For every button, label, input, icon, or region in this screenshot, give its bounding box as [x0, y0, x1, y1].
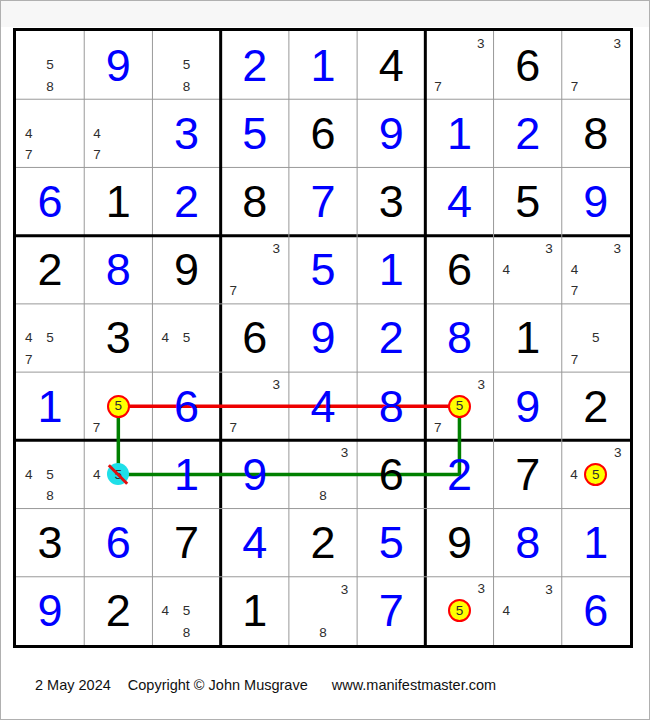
candidate-digit: 3: [272, 242, 280, 256]
footer: 2 May 2024Copyright © John Musgravewww.m…: [35, 677, 496, 693]
cell-r9c1[interactable]: 9: [16, 577, 84, 645]
cell-value: 8: [447, 315, 472, 360]
candidates-grid: 47: [86, 101, 150, 165]
cell-value: 6: [583, 588, 608, 633]
candidate-digit: 8: [319, 489, 327, 503]
cell-r3c1[interactable]: 6: [16, 167, 84, 235]
cell-r5c2[interactable]: 3: [84, 304, 152, 372]
cell-value: 6: [447, 247, 472, 292]
candidate-digit: 3: [477, 37, 485, 51]
candidate-digit: 3: [545, 583, 553, 597]
cell-r4c3[interactable]: 9: [152, 236, 220, 304]
cell-r9c5[interactable]: 38: [289, 577, 357, 645]
candidate-digit: 7: [571, 80, 579, 94]
candidate-digit: 4: [161, 331, 169, 345]
cell-r6c3[interactable]: 6: [152, 372, 220, 440]
candidate-digit: 7: [93, 421, 101, 435]
cell-r4c5[interactable]: 5: [289, 236, 357, 304]
candidates-grid: 58: [18, 33, 82, 97]
board-cells: 5895821437637474735691286128734592893751…: [16, 31, 630, 645]
sudoku-board: 5895821437637474735691286128734592893751…: [13, 28, 633, 648]
cell-r4c2[interactable]: 8: [84, 236, 152, 304]
cell-r2c4[interactable]: 5: [221, 99, 289, 167]
cell-r2c8[interactable]: 2: [494, 99, 562, 167]
cell-r3c4[interactable]: 8: [221, 167, 289, 235]
candidate-digit: 5: [183, 331, 191, 345]
candidate-digit: 5: [592, 331, 600, 345]
candidates-grid: 47: [18, 101, 82, 165]
candidate-digit: 4: [502, 604, 510, 618]
circled-candidate: 5: [448, 599, 471, 622]
cell-value: 1: [106, 179, 131, 224]
cell-r2c5[interactable]: 6: [289, 99, 357, 167]
candidates-grid: 37: [223, 238, 287, 302]
cell-r9c9[interactable]: 6: [562, 577, 630, 645]
candidate-digit: 4: [93, 468, 101, 482]
cell-value: 9: [583, 179, 608, 224]
cell-value: 4: [379, 43, 404, 88]
candidate-digit: 5: [46, 331, 54, 345]
cell-r5c9[interactable]: 57: [562, 304, 630, 372]
cell-r6c9[interactable]: 2: [562, 372, 630, 440]
cell-r8c5[interactable]: 2: [289, 509, 357, 577]
footer-website-link[interactable]: www.manifestmaster.com: [332, 677, 496, 693]
cell-r3c6[interactable]: 3: [357, 167, 425, 235]
cell-r4c4[interactable]: 37: [221, 236, 289, 304]
cell-r7c1[interactable]: 458: [16, 440, 84, 508]
candidates-grid: 345: [564, 442, 628, 506]
candidates-grid: 347: [564, 238, 628, 302]
cell-value: 8: [583, 111, 608, 156]
cell-r1c8[interactable]: 6: [494, 31, 562, 99]
cell-r8c7[interactable]: 9: [425, 509, 493, 577]
candidate-digit: 5: [46, 58, 54, 72]
cell-value: 8: [379, 384, 404, 429]
cell-r7c2[interactable]: 45: [84, 440, 152, 508]
candidate-digit: 3: [341, 583, 349, 597]
candidate-digit: 4: [502, 263, 510, 277]
cell-r1c2[interactable]: 9: [84, 31, 152, 99]
cell-r2c6[interactable]: 9: [357, 99, 425, 167]
cell-value: 6: [310, 111, 335, 156]
candidates-grid: 37: [564, 33, 628, 97]
candidate-digit: 4: [25, 127, 33, 141]
cell-value: 6: [106, 520, 131, 565]
cell-r4c1[interactable]: 2: [16, 236, 84, 304]
cell-r6c7[interactable]: 357: [425, 372, 493, 440]
cell-value: 9: [174, 247, 199, 292]
candidates-grid: 34: [496, 238, 560, 302]
circled-candidate: 5: [107, 395, 130, 418]
cell-value: 5: [310, 247, 335, 292]
candidate-digit: 8: [183, 626, 191, 640]
cell-r1c3[interactable]: 58: [152, 31, 220, 99]
cell-value: 3: [379, 179, 404, 224]
candidates-grid: 34: [496, 579, 560, 643]
candidate-digit: 3: [545, 242, 553, 256]
cell-r2c1[interactable]: 47: [16, 99, 84, 167]
cell-value: 3: [106, 315, 131, 360]
candidates-grid: 357: [427, 374, 491, 438]
cell-value: 6: [379, 452, 404, 497]
cell-value: 5: [242, 111, 267, 156]
cell-value: 8: [515, 520, 540, 565]
candidate-digit: 5: [46, 468, 54, 482]
cell-r4c6[interactable]: 1: [357, 236, 425, 304]
cell-r3c9[interactable]: 9: [562, 167, 630, 235]
candidate-digit: 3: [614, 242, 622, 256]
cell-value: 5: [515, 179, 540, 224]
candidates-grid: 457: [18, 306, 82, 370]
cell-value: 1: [310, 43, 335, 88]
cell-r9c2[interactable]: 2: [84, 577, 152, 645]
cell-value: 1: [242, 588, 267, 633]
cell-r5c6[interactable]: 2: [357, 304, 425, 372]
cell-value: 6: [38, 179, 63, 224]
cell-value: 2: [447, 452, 472, 497]
cell-value: 1: [174, 452, 199, 497]
cell-r5c4[interactable]: 6: [221, 304, 289, 372]
cell-value: 2: [379, 315, 404, 360]
cell-value: 1: [38, 384, 63, 429]
candidates-grid: 58: [154, 33, 218, 97]
cell-value: 7: [310, 179, 335, 224]
cell-value: 4: [310, 384, 335, 429]
cell-r9c6[interactable]: 7: [357, 577, 425, 645]
candidates-grid: 458: [154, 579, 218, 643]
candidate-digit: 3: [341, 446, 349, 460]
candidate-digit: 4: [571, 263, 579, 277]
candidate-digit: 4: [25, 468, 33, 482]
candidate-digit: 7: [25, 353, 33, 367]
cell-r6c2[interactable]: 57: [84, 372, 152, 440]
cell-r8c4[interactable]: 4: [221, 509, 289, 577]
cell-value: 1: [515, 315, 540, 360]
candidate-digit: 7: [571, 284, 579, 298]
circled-candidate: 5: [584, 463, 607, 486]
candidate-digit: 3: [614, 37, 622, 51]
candidates-grid: 35: [427, 579, 491, 643]
cell-value: 2: [174, 179, 199, 224]
candidates-grid: 57: [86, 374, 150, 438]
cell-r3c3[interactable]: 2: [152, 167, 220, 235]
candidate-digit: 8: [183, 80, 191, 94]
candidate-digit: 7: [230, 284, 238, 298]
cell-r8c2[interactable]: 6: [84, 509, 152, 577]
cell-value: 4: [242, 520, 267, 565]
cell-r7c8[interactable]: 7: [494, 440, 562, 508]
candidate-digit: 8: [319, 626, 327, 640]
cell-value: 4: [447, 179, 472, 224]
cell-r8c6[interactable]: 5: [357, 509, 425, 577]
candidates-grid: 38: [291, 442, 355, 506]
cell-value: 9: [106, 43, 131, 88]
cell-r4c7[interactable]: 6: [425, 236, 493, 304]
cell-value: 9: [515, 384, 540, 429]
candidate-digit: 8: [46, 80, 54, 94]
cell-r5c1[interactable]: 457: [16, 304, 84, 372]
candidate-digit: 4: [25, 331, 33, 345]
candidate-digit: 3: [477, 582, 485, 596]
candidate-digit: 7: [571, 353, 579, 367]
candidates-grid: 57: [564, 306, 628, 370]
footer-date: 2 May 2024: [35, 677, 111, 693]
candidate-digit: 4: [93, 127, 101, 141]
cell-value: 1: [379, 247, 404, 292]
candidates-grid: 38: [291, 579, 355, 643]
candidates-grid: 37: [223, 374, 287, 438]
candidate-digit: 3: [614, 446, 622, 460]
cell-value: 2: [583, 384, 608, 429]
candidate-digit: 4: [161, 604, 169, 618]
cell-value: 6: [242, 315, 267, 360]
cell-r7c9[interactable]: 345: [562, 440, 630, 508]
cell-r9c8[interactable]: 34: [494, 577, 562, 645]
cell-r3c2[interactable]: 1: [84, 167, 152, 235]
cell-value: 8: [106, 247, 131, 292]
cell-value: 9: [379, 111, 404, 156]
cell-r4c8[interactable]: 34: [494, 236, 562, 304]
cell-r6c5[interactable]: 4: [289, 372, 357, 440]
cell-r9c4[interactable]: 1: [221, 577, 289, 645]
cell-r9c3[interactable]: 458: [152, 577, 220, 645]
cell-value: 2: [106, 588, 131, 633]
cell-value: 7: [379, 588, 404, 633]
cell-r7c7[interactable]: 2: [425, 440, 493, 508]
cell-value: 2: [310, 520, 335, 565]
cell-r9c7[interactable]: 35: [425, 577, 493, 645]
cell-value: 9: [38, 588, 63, 633]
cell-r8c9[interactable]: 1: [562, 509, 630, 577]
cell-r2c2[interactable]: 47: [84, 99, 152, 167]
cell-value: 7: [174, 520, 199, 565]
cell-r1c1[interactable]: 58: [16, 31, 84, 99]
top-strip: [0, 0, 650, 27]
candidate-digit: 5: [183, 604, 191, 618]
cell-r8c1[interactable]: 3: [16, 509, 84, 577]
cell-r7c5[interactable]: 38: [289, 440, 357, 508]
cell-r6c4[interactable]: 37: [221, 372, 289, 440]
cell-r5c3[interactable]: 45: [152, 304, 220, 372]
cell-value: 2: [242, 43, 267, 88]
cell-r5c8[interactable]: 1: [494, 304, 562, 372]
candidate-digit: 7: [434, 80, 442, 94]
eliminated-candidate: 5: [107, 463, 129, 485]
candidate-digit: 5: [183, 58, 191, 72]
cell-value: 3: [174, 111, 199, 156]
cell-value: 6: [174, 384, 199, 429]
candidate-digit: 3: [272, 378, 280, 392]
cell-r1c4[interactable]: 2: [221, 31, 289, 99]
cell-r3c7[interactable]: 4: [425, 167, 493, 235]
cell-r1c7[interactable]: 37: [425, 31, 493, 99]
cell-value: 2: [38, 247, 63, 292]
cell-value: 2: [515, 111, 540, 156]
cell-r6c6[interactable]: 8: [357, 372, 425, 440]
cell-r7c4[interactable]: 9: [221, 440, 289, 508]
cell-r1c9[interactable]: 37: [562, 31, 630, 99]
cell-value: 9: [447, 520, 472, 565]
cell-value: 9: [310, 315, 335, 360]
cell-value: 3: [38, 520, 63, 565]
cell-r6c8[interactable]: 9: [494, 372, 562, 440]
cell-value: 8: [242, 179, 267, 224]
candidate-digit: 7: [230, 421, 238, 435]
cell-r5c7[interactable]: 8: [425, 304, 493, 372]
cell-r4c9[interactable]: 347: [562, 236, 630, 304]
cell-r8c3[interactable]: 7: [152, 509, 220, 577]
candidate-digit: 4: [570, 468, 578, 482]
cell-r5c5[interactable]: 9: [289, 304, 357, 372]
candidate-digit: 7: [93, 148, 101, 162]
candidates-grid: 45: [154, 306, 218, 370]
cell-value: 6: [515, 43, 540, 88]
cell-r1c5[interactable]: 1: [289, 31, 357, 99]
footer-copyright: Copyright © John Musgrave: [128, 677, 308, 693]
cell-r2c7[interactable]: 1: [425, 99, 493, 167]
cell-value: 7: [515, 452, 540, 497]
cell-r1c6[interactable]: 4: [357, 31, 425, 99]
candidates-grid: 458: [18, 442, 82, 506]
cell-r6c1[interactable]: 1: [16, 372, 84, 440]
candidates-grid: 45: [86, 442, 150, 506]
cell-value: 5: [379, 520, 404, 565]
candidate-digit: 3: [477, 378, 485, 392]
cell-r7c6[interactable]: 6: [357, 440, 425, 508]
candidate-digit: 7: [434, 421, 442, 435]
cell-value: 1: [447, 111, 472, 156]
cell-r2c9[interactable]: 8: [562, 99, 630, 167]
cell-r8c8[interactable]: 8: [494, 509, 562, 577]
cell-r2c3[interactable]: 3: [152, 99, 220, 167]
cell-r7c3[interactable]: 1: [152, 440, 220, 508]
candidates-grid: 37: [427, 33, 491, 97]
candidate-digit: 7: [25, 148, 33, 162]
circled-candidate: 5: [448, 395, 471, 418]
cell-value: 9: [242, 452, 267, 497]
cell-value: 1: [583, 520, 608, 565]
cell-r3c5[interactable]: 7: [289, 167, 357, 235]
cell-r3c8[interactable]: 5: [494, 167, 562, 235]
candidate-digit: 8: [46, 489, 54, 503]
